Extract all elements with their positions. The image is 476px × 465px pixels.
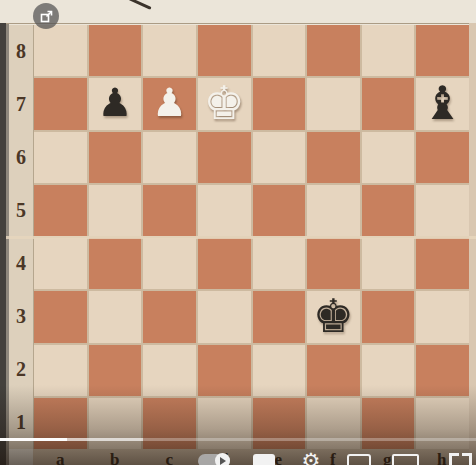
square-h2 (416, 345, 469, 396)
square-a5 (34, 185, 87, 236)
square-b1 (89, 398, 142, 449)
fullscreen-corner (449, 460, 459, 465)
square-f2 (307, 345, 360, 396)
square-f3: ♚ (307, 291, 360, 342)
subtitles-icon[interactable] (253, 454, 275, 465)
open-in-new-icon (40, 10, 53, 23)
square-b3 (89, 291, 142, 342)
progress-played (0, 438, 67, 441)
square-f5 (307, 185, 360, 236)
square-d7: ♚ (198, 78, 251, 129)
pointer-mark (128, 0, 151, 10)
square-g4 (362, 238, 415, 289)
square-g3 (362, 291, 415, 342)
piece-black-pawn-b7: ♟ (97, 83, 132, 122)
square-g7 (362, 78, 415, 129)
square-e4 (253, 238, 306, 289)
rank-label-7: 7 (9, 78, 33, 131)
square-c7: ♟ (143, 78, 196, 129)
piece-black-king-f3: ♚ (313, 293, 354, 339)
square-b8 (89, 25, 142, 76)
square-h5 (416, 185, 469, 236)
square-c5 (143, 185, 196, 236)
square-d3 (198, 291, 251, 342)
rank-label-8: 8 (9, 25, 33, 78)
square-a2 (34, 345, 87, 396)
square-e6 (253, 132, 306, 183)
rank-label-1: 1 (9, 396, 33, 449)
square-f1 (307, 398, 360, 449)
square-h4 (416, 238, 469, 289)
square-b7: ♟ (89, 78, 142, 129)
square-h3 (416, 291, 469, 342)
square-d6 (198, 132, 251, 183)
square-g8 (362, 25, 415, 76)
file-label-c: c (142, 449, 197, 465)
square-h6 (416, 132, 469, 183)
square-g2 (362, 345, 415, 396)
square-h8 (416, 25, 469, 76)
miniplayer-icon[interactable] (347, 454, 371, 465)
rank-label-2: 2 (9, 343, 33, 396)
square-e3 (253, 291, 306, 342)
square-c2 (143, 345, 196, 396)
board-fold-seam (6, 236, 476, 239)
square-f4 (307, 238, 360, 289)
theater-mode-icon[interactable] (392, 454, 419, 465)
square-f7 (307, 78, 360, 129)
square-a6 (34, 132, 87, 183)
square-b6 (89, 132, 142, 183)
square-g5 (362, 185, 415, 236)
square-f8 (307, 25, 360, 76)
square-d2 (198, 345, 251, 396)
settings-gear-icon[interactable]: ⚙ (300, 451, 322, 465)
square-e1 (253, 398, 306, 449)
board-top-edge (6, 23, 476, 24)
video-frame[interactable]: 87654321 ♟♟♚♝♚ abcdefgh ⚙ (0, 0, 476, 465)
square-c3 (143, 291, 196, 342)
square-c6 (143, 132, 196, 183)
square-a8 (34, 25, 87, 76)
square-d4 (198, 238, 251, 289)
square-a1 (34, 398, 87, 449)
file-label-b: b (88, 449, 143, 465)
autoplay-knob (215, 453, 230, 465)
square-h1 (416, 398, 469, 449)
square-a4 (34, 238, 87, 289)
rank-label-6: 6 (9, 131, 33, 184)
square-h7: ♝ (416, 78, 469, 129)
square-g1 (362, 398, 415, 449)
piece-black-bishop-h7: ♝ (422, 80, 463, 126)
rank-label-5: 5 (9, 184, 33, 237)
square-e7 (253, 78, 306, 129)
piece-white-pawn-c7: ♟ (152, 83, 187, 122)
board-right-margin (469, 23, 476, 465)
rank-label-3: 3 (9, 290, 33, 343)
square-a7 (34, 78, 87, 129)
autoplay-toggle-icon[interactable] (198, 454, 230, 465)
square-a3 (34, 291, 87, 342)
file-label-a: a (33, 449, 88, 465)
piece-white-king-d7: ♚ (204, 80, 245, 126)
fullscreen-corner (462, 460, 472, 465)
rank-label-4: 4 (9, 237, 33, 290)
square-d5 (198, 185, 251, 236)
popout-button[interactable] (33, 3, 59, 29)
square-e2 (253, 345, 306, 396)
square-c1 (143, 398, 196, 449)
square-c8 (143, 25, 196, 76)
square-f6 (307, 132, 360, 183)
square-d8 (198, 25, 251, 76)
square-b5 (89, 185, 142, 236)
fullscreen-icon[interactable] (449, 453, 472, 465)
square-b4 (89, 238, 142, 289)
square-e5 (253, 185, 306, 236)
video-progress-bar[interactable] (0, 438, 476, 441)
square-d1 (198, 398, 251, 449)
square-g6 (362, 132, 415, 183)
square-b2 (89, 345, 142, 396)
square-c4 (143, 238, 196, 289)
square-e8 (253, 25, 306, 76)
